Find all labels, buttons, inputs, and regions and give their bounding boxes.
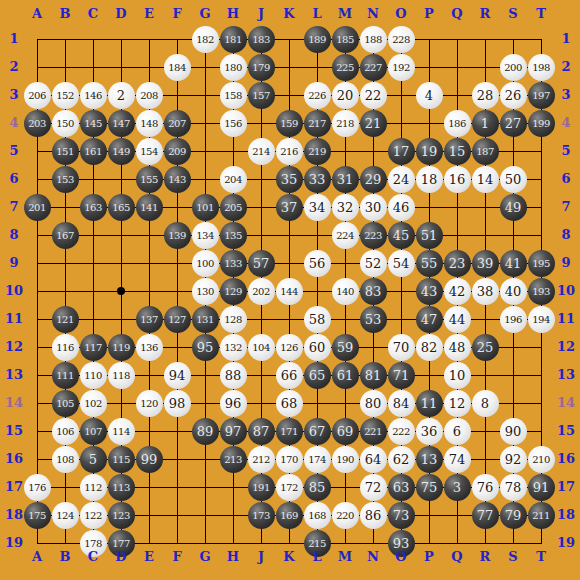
stone-O8[interactable]: 45: [388, 222, 415, 249]
move-number: 153: [56, 174, 74, 185]
stone-M6[interactable]: 31: [332, 166, 359, 193]
stone-L6[interactable]: 33: [304, 166, 331, 193]
stone-H15[interactable]: 97: [220, 418, 247, 445]
stone-B14[interactable]: 105: [52, 390, 79, 417]
stone-H12[interactable]: 132: [220, 334, 247, 361]
stone-O5[interactable]: 17: [388, 138, 415, 165]
stone-T4[interactable]: 199: [528, 110, 555, 137]
stone-J9[interactable]: 57: [248, 250, 275, 277]
move-number: 11: [421, 396, 438, 411]
stone-R5[interactable]: 187: [472, 138, 499, 165]
move-number: 152: [56, 90, 74, 101]
stone-N2[interactable]: 227: [360, 54, 387, 81]
move-number: 134: [196, 230, 214, 241]
stone-L7[interactable]: 34: [304, 194, 331, 221]
stone-J2[interactable]: 179: [248, 54, 275, 81]
stone-P3[interactable]: 4: [416, 82, 443, 109]
move-number: 98: [169, 396, 186, 411]
stone-D3[interactable]: 2: [108, 82, 135, 109]
move-number: 78: [505, 480, 522, 495]
col-label-bottom-Q: Q: [443, 550, 471, 564]
stone-P10[interactable]: 43: [416, 278, 443, 305]
move-number: 13: [421, 452, 438, 467]
stone-D5[interactable]: 149: [108, 138, 135, 165]
move-number: 63: [393, 480, 410, 495]
stone-T17[interactable]: 91: [528, 474, 555, 501]
stone-H9[interactable]: 133: [220, 250, 247, 277]
move-number: 56: [309, 256, 326, 271]
stone-C14[interactable]: 102: [80, 390, 107, 417]
stone-G12[interactable]: 95: [192, 334, 219, 361]
stone-Q15[interactable]: 6: [444, 418, 471, 445]
stone-H10[interactable]: 129: [220, 278, 247, 305]
move-number: 2: [117, 88, 125, 103]
stone-R14[interactable]: 8: [472, 390, 499, 417]
col-label-bottom-M: M: [331, 550, 359, 564]
move-number: 37: [281, 200, 298, 215]
move-number: 44: [449, 312, 466, 327]
move-number: 23: [449, 256, 466, 271]
move-number: 27: [505, 116, 522, 131]
col-label-bottom-F: F: [163, 550, 191, 564]
stone-D16[interactable]: 115: [108, 446, 135, 473]
move-number: 181: [224, 34, 242, 45]
row-label-left-6: 6: [0, 172, 28, 186]
stone-N8[interactable]: 223: [360, 222, 387, 249]
stone-L16[interactable]: 174: [304, 446, 331, 473]
stone-D17[interactable]: 113: [108, 474, 135, 501]
move-number: 165: [112, 202, 130, 213]
move-number: 182: [196, 34, 214, 45]
col-label-bottom-N: N: [359, 550, 387, 564]
stone-M3[interactable]: 20: [332, 82, 359, 109]
row-label-left-14: 14: [0, 396, 28, 410]
stone-T2[interactable]: 198: [528, 54, 555, 81]
stone-B5[interactable]: 151: [52, 138, 79, 165]
stone-N3[interactable]: 22: [360, 82, 387, 109]
stone-M2[interactable]: 225: [332, 54, 359, 81]
stone-B15[interactable]: 106: [52, 418, 79, 445]
row-label-right-7: 7: [552, 200, 580, 214]
col-label-bottom-H: H: [219, 550, 247, 564]
stone-M10[interactable]: 140: [332, 278, 359, 305]
stone-B11[interactable]: 121: [52, 306, 79, 333]
stone-P5[interactable]: 19: [416, 138, 443, 165]
stone-B18[interactable]: 124: [52, 502, 79, 529]
stone-Q5[interactable]: 15: [444, 138, 471, 165]
move-number: 38: [477, 284, 494, 299]
stone-Q13[interactable]: 10: [444, 362, 471, 389]
stone-D4[interactable]: 147: [108, 110, 135, 137]
move-number: 176: [28, 482, 46, 493]
stone-E16[interactable]: 99: [136, 446, 163, 473]
stone-N13[interactable]: 81: [360, 362, 387, 389]
stone-N4[interactable]: 21: [360, 110, 387, 137]
stone-H13[interactable]: 88: [220, 362, 247, 389]
stone-O18[interactable]: 73: [388, 502, 415, 529]
stone-T18[interactable]: 211: [528, 502, 555, 529]
stone-R9[interactable]: 39: [472, 250, 499, 277]
move-number: 112: [84, 482, 102, 493]
stone-N11[interactable]: 53: [360, 306, 387, 333]
stone-R17[interactable]: 76: [472, 474, 499, 501]
stone-K10[interactable]: 144: [276, 278, 303, 305]
move-number: 203: [28, 118, 46, 129]
move-number: 122: [84, 510, 102, 521]
stone-O15[interactable]: 222: [388, 418, 415, 445]
stone-J15[interactable]: 87: [248, 418, 275, 445]
stone-S16[interactable]: 92: [500, 446, 527, 473]
stone-P16[interactable]: 13: [416, 446, 443, 473]
move-number: 151: [56, 146, 74, 157]
stone-F11[interactable]: 127: [164, 306, 191, 333]
row-label-right-2: 2: [552, 60, 580, 74]
move-number: 137: [140, 314, 158, 325]
col-label-top-J: J: [247, 7, 275, 21]
stone-S2[interactable]: 200: [500, 54, 527, 81]
row-label-left-9: 9: [0, 256, 28, 270]
stone-S18[interactable]: 79: [500, 502, 527, 529]
stone-Q4[interactable]: 186: [444, 110, 471, 137]
stone-C15[interactable]: 107: [80, 418, 107, 445]
stone-E4[interactable]: 148: [136, 110, 163, 137]
stone-T16[interactable]: 210: [528, 446, 555, 473]
stone-D15[interactable]: 114: [108, 418, 135, 445]
stone-N6[interactable]: 29: [360, 166, 387, 193]
stone-B4[interactable]: 150: [52, 110, 79, 137]
move-number: 24: [393, 172, 410, 187]
stone-S15[interactable]: 90: [500, 418, 527, 445]
move-number: 206: [28, 90, 46, 101]
move-number: 195: [532, 258, 550, 269]
stone-T3[interactable]: 197: [528, 82, 555, 109]
stone-F8[interactable]: 139: [164, 222, 191, 249]
stone-M16[interactable]: 190: [332, 446, 359, 473]
stone-J5[interactable]: 214: [248, 138, 275, 165]
stone-J18[interactable]: 173: [248, 502, 275, 529]
stone-E5[interactable]: 154: [136, 138, 163, 165]
stone-M18[interactable]: 220: [332, 502, 359, 529]
stone-O6[interactable]: 24: [388, 166, 415, 193]
move-number: 21: [365, 116, 382, 131]
stone-K7[interactable]: 37: [276, 194, 303, 221]
stone-N9[interactable]: 52: [360, 250, 387, 277]
stone-J3[interactable]: 157: [248, 82, 275, 109]
stone-G10[interactable]: 130: [192, 278, 219, 305]
row-label-right-13: 13: [552, 368, 580, 382]
stone-N15[interactable]: 221: [360, 418, 387, 445]
move-number: 110: [84, 370, 102, 381]
stone-O17[interactable]: 63: [388, 474, 415, 501]
col-label-top-M: M: [331, 7, 359, 21]
move-number: 222: [392, 426, 410, 437]
move-number: 34: [309, 200, 326, 215]
stone-M15[interactable]: 69: [332, 418, 359, 445]
stone-S10[interactable]: 40: [500, 278, 527, 305]
stone-C4[interactable]: 145: [80, 110, 107, 137]
stone-L4[interactable]: 217: [304, 110, 331, 137]
stone-Q9[interactable]: 23: [444, 250, 471, 277]
move-number: 41: [505, 256, 522, 271]
stone-B3[interactable]: 152: [52, 82, 79, 109]
stone-M8[interactable]: 224: [332, 222, 359, 249]
stone-T9[interactable]: 195: [528, 250, 555, 277]
stone-F2[interactable]: 184: [164, 54, 191, 81]
stone-H4[interactable]: 156: [220, 110, 247, 137]
stone-D12[interactable]: 119: [108, 334, 135, 361]
stone-T10[interactable]: 193: [528, 278, 555, 305]
stone-M1[interactable]: 185: [332, 26, 359, 53]
stone-N18[interactable]: 86: [360, 502, 387, 529]
stone-B13[interactable]: 111: [52, 362, 79, 389]
stone-O14[interactable]: 84: [388, 390, 415, 417]
stone-G11[interactable]: 131: [192, 306, 219, 333]
stone-K5[interactable]: 216: [276, 138, 303, 165]
stone-K13[interactable]: 66: [276, 362, 303, 389]
stone-G7[interactable]: 101: [192, 194, 219, 221]
row-label-right-11: 11: [552, 312, 580, 326]
stone-L3[interactable]: 226: [304, 82, 331, 109]
stone-M12[interactable]: 59: [332, 334, 359, 361]
move-number: 108: [56, 454, 74, 465]
stone-L13[interactable]: 65: [304, 362, 331, 389]
stone-C18[interactable]: 122: [80, 502, 107, 529]
stone-B16[interactable]: 108: [52, 446, 79, 473]
move-number: 193: [532, 286, 550, 297]
move-number: 130: [196, 286, 214, 297]
stone-H6[interactable]: 204: [220, 166, 247, 193]
move-number: 99: [141, 452, 158, 467]
stone-R6[interactable]: 14: [472, 166, 499, 193]
move-number: 115: [112, 454, 130, 465]
stone-C16[interactable]: 5: [80, 446, 107, 473]
stone-H1[interactable]: 181: [220, 26, 247, 53]
move-number: 33: [309, 172, 326, 187]
stone-L5[interactable]: 219: [304, 138, 331, 165]
stone-L18[interactable]: 168: [304, 502, 331, 529]
row-label-right-3: 3: [552, 88, 580, 102]
move-number: 150: [56, 118, 74, 129]
stone-Q6[interactable]: 16: [444, 166, 471, 193]
stone-E11[interactable]: 137: [136, 306, 163, 333]
stone-O13[interactable]: 71: [388, 362, 415, 389]
stone-K18[interactable]: 169: [276, 502, 303, 529]
stone-P17[interactable]: 75: [416, 474, 443, 501]
stone-G1[interactable]: 182: [192, 26, 219, 53]
stone-N17[interactable]: 72: [360, 474, 387, 501]
stone-C13[interactable]: 110: [80, 362, 107, 389]
stone-R18[interactable]: 77: [472, 502, 499, 529]
stone-H2[interactable]: 180: [220, 54, 247, 81]
stone-N10[interactable]: 83: [360, 278, 387, 305]
stone-J16[interactable]: 212: [248, 446, 275, 473]
move-number: 25: [477, 340, 494, 355]
stone-P8[interactable]: 51: [416, 222, 443, 249]
move-number: 94: [169, 368, 186, 383]
move-number: 62: [393, 452, 410, 467]
stone-K15[interactable]: 171: [276, 418, 303, 445]
move-number: 149: [112, 146, 130, 157]
move-number: 89: [197, 424, 214, 439]
stone-C12[interactable]: 117: [80, 334, 107, 361]
move-number: 199: [532, 118, 550, 129]
stone-F6[interactable]: 143: [164, 166, 191, 193]
stone-Q17[interactable]: 3: [444, 474, 471, 501]
move-number: 197: [532, 90, 550, 101]
stone-Q10[interactable]: 42: [444, 278, 471, 305]
move-number: 173: [252, 510, 270, 521]
stone-S4[interactable]: 27: [500, 110, 527, 137]
stone-L1[interactable]: 189: [304, 26, 331, 53]
stone-N1[interactable]: 188: [360, 26, 387, 53]
stone-S17[interactable]: 78: [500, 474, 527, 501]
stone-M7[interactable]: 32: [332, 194, 359, 221]
stone-K6[interactable]: 35: [276, 166, 303, 193]
stone-K4[interactable]: 159: [276, 110, 303, 137]
row-label-left-1: 1: [0, 32, 28, 46]
move-number: 175: [28, 510, 46, 521]
stone-Q12[interactable]: 48: [444, 334, 471, 361]
stone-K12[interactable]: 126: [276, 334, 303, 361]
stone-O7[interactable]: 46: [388, 194, 415, 221]
stone-M13[interactable]: 61: [332, 362, 359, 389]
stone-F4[interactable]: 207: [164, 110, 191, 137]
stone-N14[interactable]: 80: [360, 390, 387, 417]
stone-B6[interactable]: 153: [52, 166, 79, 193]
move-number: 117: [84, 342, 102, 353]
stone-E6[interactable]: 155: [136, 166, 163, 193]
stone-G9[interactable]: 100: [192, 250, 219, 277]
stone-Q16[interactable]: 74: [444, 446, 471, 473]
stone-O1[interactable]: 228: [388, 26, 415, 53]
stone-J12[interactable]: 104: [248, 334, 275, 361]
stone-J17[interactable]: 191: [248, 474, 275, 501]
row-label-left-11: 11: [0, 312, 28, 326]
move-number: 147: [112, 118, 130, 129]
stone-B12[interactable]: 116: [52, 334, 79, 361]
stone-L15[interactable]: 67: [304, 418, 331, 445]
row-label-right-10: 10: [552, 284, 580, 298]
stone-C3[interactable]: 146: [80, 82, 107, 109]
stone-B8[interactable]: 167: [52, 222, 79, 249]
stone-Q11[interactable]: 44: [444, 306, 471, 333]
stone-O16[interactable]: 62: [388, 446, 415, 473]
stone-L9[interactable]: 56: [304, 250, 331, 277]
move-number: 64: [365, 452, 382, 467]
stone-E7[interactable]: 141: [136, 194, 163, 221]
stone-R10[interactable]: 38: [472, 278, 499, 305]
stone-G15[interactable]: 89: [192, 418, 219, 445]
stone-E12[interactable]: 136: [136, 334, 163, 361]
stone-S3[interactable]: 26: [500, 82, 527, 109]
stone-H8[interactable]: 135: [220, 222, 247, 249]
stone-R12[interactable]: 25: [472, 334, 499, 361]
stone-H14[interactable]: 96: [220, 390, 247, 417]
move-number: 124: [56, 510, 74, 521]
move-number: 31: [337, 172, 354, 187]
stone-E3[interactable]: 208: [136, 82, 163, 109]
stone-P14[interactable]: 11: [416, 390, 443, 417]
move-number: 157: [252, 90, 270, 101]
stone-K17[interactable]: 172: [276, 474, 303, 501]
stone-K14[interactable]: 68: [276, 390, 303, 417]
stone-R4[interactable]: 1: [472, 110, 499, 137]
move-number: 194: [532, 314, 550, 325]
move-number: 183: [252, 34, 270, 45]
stone-F5[interactable]: 209: [164, 138, 191, 165]
stone-C17[interactable]: 112: [80, 474, 107, 501]
stone-T11[interactable]: 194: [528, 306, 555, 333]
move-number: 207: [168, 118, 186, 129]
stone-D7[interactable]: 165: [108, 194, 135, 221]
move-number: 184: [168, 62, 186, 73]
go-board[interactable]: 1821811831891851882281841801792252271922…: [23, 25, 555, 557]
stone-C5[interactable]: 161: [80, 138, 107, 165]
stone-P6[interactable]: 18: [416, 166, 443, 193]
stone-H11[interactable]: 128: [220, 306, 247, 333]
stone-S9[interactable]: 41: [500, 250, 527, 277]
stone-D18[interactable]: 123: [108, 502, 135, 529]
move-number: 92: [505, 452, 522, 467]
stone-N16[interactable]: 64: [360, 446, 387, 473]
move-number: 5: [89, 452, 97, 467]
move-number: 87: [253, 424, 270, 439]
stone-L17[interactable]: 85: [304, 474, 331, 501]
move-number: 107: [84, 426, 102, 437]
stone-M4[interactable]: 218: [332, 110, 359, 137]
move-number: 49: [505, 200, 522, 215]
stone-R3[interactable]: 28: [472, 82, 499, 109]
stone-L11[interactable]: 58: [304, 306, 331, 333]
stone-C7[interactable]: 163: [80, 194, 107, 221]
move-number: 100: [196, 258, 214, 269]
stone-O2[interactable]: 192: [388, 54, 415, 81]
move-number: 172: [280, 482, 298, 493]
col-label-top-H: H: [219, 7, 247, 21]
stone-P9[interactable]: 55: [416, 250, 443, 277]
move-number: 70: [393, 340, 410, 355]
stone-O9[interactable]: 54: [388, 250, 415, 277]
move-number: 146: [84, 90, 102, 101]
stone-E14[interactable]: 120: [136, 390, 163, 417]
stone-J1[interactable]: 183: [248, 26, 275, 53]
stone-H16[interactable]: 213: [220, 446, 247, 473]
stone-F14[interactable]: 98: [164, 390, 191, 417]
move-number: 178: [84, 538, 102, 549]
move-number: 187: [476, 146, 494, 157]
move-number: 204: [224, 174, 242, 185]
stone-G8[interactable]: 134: [192, 222, 219, 249]
stone-O12[interactable]: 70: [388, 334, 415, 361]
stone-K16[interactable]: 170: [276, 446, 303, 473]
stone-D13[interactable]: 118: [108, 362, 135, 389]
stone-J10[interactable]: 202: [248, 278, 275, 305]
stone-Q14[interactable]: 12: [444, 390, 471, 417]
stone-F13[interactable]: 94: [164, 362, 191, 389]
stone-S7[interactable]: 49: [500, 194, 527, 221]
stone-S6[interactable]: 50: [500, 166, 527, 193]
stone-N7[interactable]: 30: [360, 194, 387, 221]
stone-H7[interactable]: 205: [220, 194, 247, 221]
move-number: 126: [280, 342, 298, 353]
move-number: 54: [393, 256, 410, 271]
stone-P12[interactable]: 82: [416, 334, 443, 361]
stone-H3[interactable]: 158: [220, 82, 247, 109]
stone-P15[interactable]: 36: [416, 418, 443, 445]
stone-S11[interactable]: 196: [500, 306, 527, 333]
stone-L12[interactable]: 60: [304, 334, 331, 361]
stone-P11[interactable]: 47: [416, 306, 443, 333]
